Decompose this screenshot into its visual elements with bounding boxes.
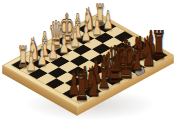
chess-set-photo: ♜♞♝♛♚♝♞♜♟♟♟♟♟♟♟♟♟♟♟♟♟♟♟♟♜♞♝♛♚♝♞♜ bbox=[0, 0, 180, 130]
